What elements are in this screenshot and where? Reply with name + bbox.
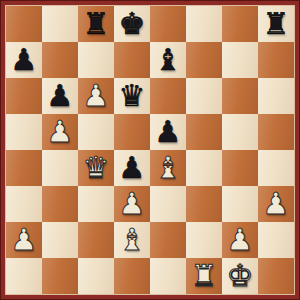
square-c1[interactable] xyxy=(78,258,114,294)
white-pawn-icon[interactable]: ♟ xyxy=(258,186,294,222)
square-h8[interactable]: ♜ xyxy=(258,6,294,42)
square-a4[interactable] xyxy=(6,150,42,186)
square-b3[interactable] xyxy=(42,186,78,222)
square-d1[interactable] xyxy=(114,258,150,294)
square-c8[interactable]: ♜ xyxy=(78,6,114,42)
black-bishop-icon[interactable]: ♝ xyxy=(150,42,186,78)
black-pawn-icon[interactable]: ♟ xyxy=(42,78,78,114)
square-g1[interactable]: ♚ xyxy=(222,258,258,294)
square-g8[interactable] xyxy=(222,6,258,42)
square-b6[interactable]: ♟ xyxy=(42,78,78,114)
square-a7[interactable]: ♟ xyxy=(6,42,42,78)
square-b8[interactable] xyxy=(42,6,78,42)
white-pawn-icon[interactable]: ♟ xyxy=(6,222,42,258)
square-b5[interactable]: ♟ xyxy=(42,114,78,150)
square-d8[interactable]: ♚ xyxy=(114,6,150,42)
square-b7[interactable] xyxy=(42,42,78,78)
square-g7[interactable] xyxy=(222,42,258,78)
square-f5[interactable] xyxy=(186,114,222,150)
square-g5[interactable] xyxy=(222,114,258,150)
square-f3[interactable] xyxy=(186,186,222,222)
square-b4[interactable] xyxy=(42,150,78,186)
square-e5[interactable]: ♟ xyxy=(150,114,186,150)
square-a1[interactable] xyxy=(6,258,42,294)
square-c7[interactable] xyxy=(78,42,114,78)
chess-board-frame: ♜♚♜♟♝♟♟♛♟♟♛♟♝♟♟♟♝♟♜♚ xyxy=(0,0,300,300)
white-king-icon[interactable]: ♚ xyxy=(222,258,258,294)
square-b2[interactable] xyxy=(42,222,78,258)
square-f4[interactable] xyxy=(186,150,222,186)
white-pawn-icon[interactable]: ♟ xyxy=(42,114,78,150)
square-f7[interactable] xyxy=(186,42,222,78)
square-e2[interactable] xyxy=(150,222,186,258)
square-g6[interactable] xyxy=(222,78,258,114)
square-a5[interactable] xyxy=(6,114,42,150)
square-g4[interactable] xyxy=(222,150,258,186)
square-c2[interactable] xyxy=(78,222,114,258)
square-e3[interactable] xyxy=(150,186,186,222)
square-a6[interactable] xyxy=(6,78,42,114)
square-f2[interactable] xyxy=(186,222,222,258)
black-pawn-icon[interactable]: ♟ xyxy=(6,42,42,78)
white-bishop-icon[interactable]: ♝ xyxy=(114,222,150,258)
black-pawn-icon[interactable]: ♟ xyxy=(150,114,186,150)
square-c3[interactable] xyxy=(78,186,114,222)
square-d7[interactable] xyxy=(114,42,150,78)
square-a2[interactable]: ♟ xyxy=(6,222,42,258)
square-f1[interactable]: ♜ xyxy=(186,258,222,294)
square-f8[interactable] xyxy=(186,6,222,42)
black-queen-icon[interactable]: ♛ xyxy=(114,78,150,114)
square-h7[interactable] xyxy=(258,42,294,78)
square-e4[interactable]: ♝ xyxy=(150,150,186,186)
black-rook-icon[interactable]: ♜ xyxy=(78,6,114,42)
square-d5[interactable] xyxy=(114,114,150,150)
square-e8[interactable] xyxy=(150,6,186,42)
white-pawn-icon[interactable]: ♟ xyxy=(78,78,114,114)
square-h2[interactable] xyxy=(258,222,294,258)
white-queen-icon[interactable]: ♛ xyxy=(78,150,114,186)
white-pawn-icon[interactable]: ♟ xyxy=(222,222,258,258)
square-h3[interactable]: ♟ xyxy=(258,186,294,222)
white-pawn-icon[interactable]: ♟ xyxy=(114,186,150,222)
black-pawn-icon[interactable]: ♟ xyxy=(114,150,150,186)
square-h4[interactable] xyxy=(258,150,294,186)
black-rook-icon[interactable]: ♜ xyxy=(258,6,294,42)
square-d6[interactable]: ♛ xyxy=(114,78,150,114)
square-f6[interactable] xyxy=(186,78,222,114)
square-a3[interactable] xyxy=(6,186,42,222)
square-d3[interactable]: ♟ xyxy=(114,186,150,222)
square-e7[interactable]: ♝ xyxy=(150,42,186,78)
square-h6[interactable] xyxy=(258,78,294,114)
black-king-icon[interactable]: ♚ xyxy=(114,6,150,42)
square-a8[interactable] xyxy=(6,6,42,42)
square-g2[interactable]: ♟ xyxy=(222,222,258,258)
square-d4[interactable]: ♟ xyxy=(114,150,150,186)
white-bishop-icon[interactable]: ♝ xyxy=(150,150,186,186)
white-rook-icon[interactable]: ♜ xyxy=(186,258,222,294)
square-e6[interactable] xyxy=(150,78,186,114)
square-c6[interactable]: ♟ xyxy=(78,78,114,114)
square-e1[interactable] xyxy=(150,258,186,294)
square-h1[interactable] xyxy=(258,258,294,294)
square-g3[interactable] xyxy=(222,186,258,222)
square-b1[interactable] xyxy=(42,258,78,294)
square-h5[interactable] xyxy=(258,114,294,150)
square-c4[interactable]: ♛ xyxy=(78,150,114,186)
square-d2[interactable]: ♝ xyxy=(114,222,150,258)
chess-board: ♜♚♜♟♝♟♟♛♟♟♛♟♝♟♟♟♝♟♜♚ xyxy=(6,6,294,294)
square-c5[interactable] xyxy=(78,114,114,150)
